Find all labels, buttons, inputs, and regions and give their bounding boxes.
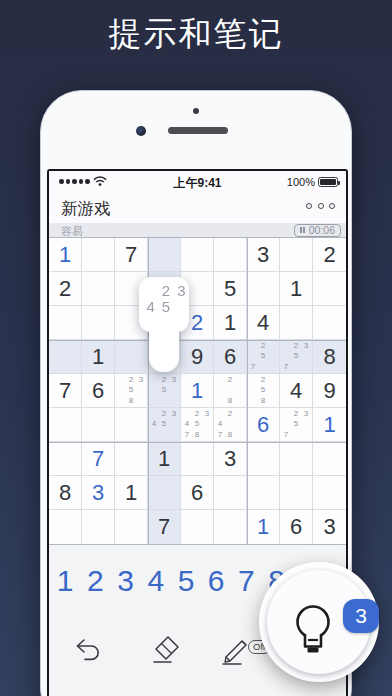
front-camera-icon bbox=[136, 126, 146, 136]
cell-r6c1[interactable] bbox=[49, 408, 82, 442]
cell-r3c2[interactable] bbox=[82, 306, 115, 340]
cell-r2c9[interactable] bbox=[313, 272, 346, 306]
screenshot-stage: 提示和笔记 上午9:41 100% bbox=[0, 0, 392, 696]
magnifier-bubble: 2345 bbox=[139, 277, 189, 332]
magnified-notes: 2345 bbox=[141, 280, 187, 328]
cell-r5c9[interactable]: 9 bbox=[313, 374, 346, 408]
magnifier-popup: 2345 bbox=[139, 277, 189, 372]
cell-r1c8[interactable] bbox=[280, 238, 313, 272]
cell-r7c7[interactable] bbox=[247, 442, 280, 476]
cell-r9c7[interactable]: 1 bbox=[247, 510, 280, 544]
cell-r7c5[interactable] bbox=[181, 442, 214, 476]
cell-r5c1[interactable]: 7 bbox=[49, 374, 82, 408]
cell-r1c3[interactable]: 7 bbox=[115, 238, 148, 272]
pause-timer-button[interactable]: 00:06 bbox=[294, 224, 341, 237]
cell-r4c8[interactable]: 2357 bbox=[280, 340, 313, 374]
cell-r7c1[interactable] bbox=[49, 442, 82, 476]
cell-r6c2[interactable] bbox=[82, 408, 115, 442]
pencil-button[interactable] bbox=[217, 630, 251, 666]
cell-r8c9[interactable] bbox=[313, 476, 346, 510]
cell-r7c9[interactable] bbox=[313, 442, 346, 476]
cell-r6c8[interactable]: 2357 bbox=[280, 408, 313, 442]
cell-r8c2[interactable]: 3 bbox=[82, 476, 115, 510]
cell-r2c7[interactable] bbox=[247, 272, 280, 306]
cell-r5c4[interactable]: 235 bbox=[148, 374, 181, 408]
cell-r9c9[interactable]: 3 bbox=[313, 510, 346, 544]
cell-r1c6[interactable] bbox=[214, 238, 247, 272]
cell-r8c5[interactable]: 6 bbox=[181, 476, 214, 510]
cell-r2c2[interactable] bbox=[82, 272, 115, 306]
cell-r9c4[interactable]: 7 bbox=[148, 510, 181, 544]
cell-r1c1[interactable]: 1 bbox=[49, 238, 82, 272]
eraser-button[interactable] bbox=[147, 632, 181, 666]
info-bar: 容易 00:06 bbox=[49, 223, 346, 238]
cell-r4c1[interactable] bbox=[49, 340, 82, 374]
cell-r6c6[interactable]: 2478 bbox=[214, 408, 247, 442]
light-bulb-icon bbox=[291, 603, 335, 657]
numpad-key-1[interactable]: 1 bbox=[50, 564, 80, 598]
cell-r9c3[interactable] bbox=[115, 510, 148, 544]
cell-r1c2[interactable] bbox=[82, 238, 115, 272]
numpad-key-4[interactable]: 4 bbox=[141, 564, 171, 598]
cell-r9c5[interactable] bbox=[181, 510, 214, 544]
cell-r8c1[interactable]: 8 bbox=[49, 476, 82, 510]
numpad-key-5[interactable]: 5 bbox=[171, 564, 201, 598]
cell-r5c8[interactable]: 4 bbox=[280, 374, 313, 408]
difficulty-label: 容易 bbox=[61, 224, 83, 239]
cell-r9c2[interactable] bbox=[82, 510, 115, 544]
cell-r8c7[interactable] bbox=[247, 476, 280, 510]
pause-icon bbox=[300, 227, 305, 233]
sudoku-board: 1732251214196257235787623582351282584923… bbox=[49, 238, 346, 544]
cell-r8c3[interactable]: 1 bbox=[115, 476, 148, 510]
cell-r7c3[interactable] bbox=[115, 442, 148, 476]
box-divider bbox=[49, 442, 346, 443]
battery-percent: 100% bbox=[287, 176, 315, 188]
cell-r3c8[interactable] bbox=[280, 306, 313, 340]
cell-r9c1[interactable] bbox=[49, 510, 82, 544]
cell-r6c9[interactable]: 1 bbox=[313, 408, 346, 442]
numpad-key-3[interactable]: 3 bbox=[110, 564, 140, 598]
numpad-key-6[interactable]: 6 bbox=[201, 564, 231, 598]
cell-r5c6[interactable]: 28 bbox=[214, 374, 247, 408]
cell-r6c5[interactable]: 234578 bbox=[181, 408, 214, 442]
battery-indicator: 100% bbox=[287, 176, 338, 188]
new-game-button[interactable]: 新游戏 bbox=[61, 198, 111, 220]
cell-r1c4[interactable] bbox=[148, 238, 181, 272]
cell-r5c2[interactable]: 6 bbox=[82, 374, 115, 408]
numpad-key-2[interactable]: 2 bbox=[80, 564, 110, 598]
cell-r1c9[interactable]: 2 bbox=[313, 238, 346, 272]
cell-r8c6[interactable] bbox=[214, 476, 247, 510]
cell-r8c4[interactable] bbox=[148, 476, 181, 510]
cell-r2c6[interactable]: 5 bbox=[214, 272, 247, 306]
hint-count-badge: 3 bbox=[343, 599, 379, 633]
cell-r2c1[interactable]: 2 bbox=[49, 272, 82, 306]
cell-r7c4[interactable]: 1 bbox=[148, 442, 181, 476]
hint-button-halo: 3 bbox=[259, 562, 379, 682]
earpiece-speaker bbox=[168, 127, 228, 134]
cell-r7c6[interactable]: 3 bbox=[214, 442, 247, 476]
cell-r9c6[interactable] bbox=[214, 510, 247, 544]
cell-r4c6[interactable]: 6 bbox=[214, 340, 247, 374]
cell-r1c7[interactable]: 3 bbox=[247, 238, 280, 272]
cell-r6c7[interactable]: 6 bbox=[247, 408, 280, 442]
cell-r8c8[interactable] bbox=[280, 476, 313, 510]
cell-r5c7[interactable]: 258 bbox=[247, 374, 280, 408]
cell-r3c6[interactable]: 1 bbox=[214, 306, 247, 340]
cell-r6c3[interactable] bbox=[115, 408, 148, 442]
battery-icon bbox=[318, 177, 338, 187]
nav-bar: 新游戏 bbox=[49, 193, 346, 223]
status-bar: 上午9:41 100% bbox=[49, 171, 346, 193]
cell-r9c8[interactable]: 6 bbox=[280, 510, 313, 544]
undo-button[interactable] bbox=[73, 634, 103, 664]
cell-r3c1[interactable] bbox=[49, 306, 82, 340]
cell-r6c4[interactable]: 2345 bbox=[148, 408, 181, 442]
cell-r7c8[interactable] bbox=[280, 442, 313, 476]
numpad-key-7[interactable]: 7 bbox=[231, 564, 261, 598]
cell-r2c8[interactable]: 1 bbox=[280, 272, 313, 306]
cell-r5c5[interactable]: 1 bbox=[181, 374, 214, 408]
cell-r4c2[interactable]: 1 bbox=[82, 340, 115, 374]
cell-r1c5[interactable] bbox=[181, 238, 214, 272]
cell-r4c7[interactable]: 257 bbox=[247, 340, 280, 374]
cell-r3c7[interactable]: 4 bbox=[247, 306, 280, 340]
page-title: 提示和笔记 bbox=[0, 12, 392, 57]
box-divider bbox=[49, 340, 346, 341]
sensor-dot bbox=[193, 108, 199, 114]
timer-value: 00:06 bbox=[309, 224, 335, 236]
cell-r7c2[interactable]: 7 bbox=[82, 442, 115, 476]
box-divider bbox=[247, 238, 248, 544]
more-menu-button[interactable] bbox=[306, 203, 335, 209]
cell-r4c9[interactable]: 8 bbox=[313, 340, 346, 374]
cell-r5c3[interactable]: 2358 bbox=[115, 374, 148, 408]
cell-r3c9[interactable] bbox=[313, 306, 346, 340]
hint-button[interactable]: 3 bbox=[267, 570, 371, 674]
